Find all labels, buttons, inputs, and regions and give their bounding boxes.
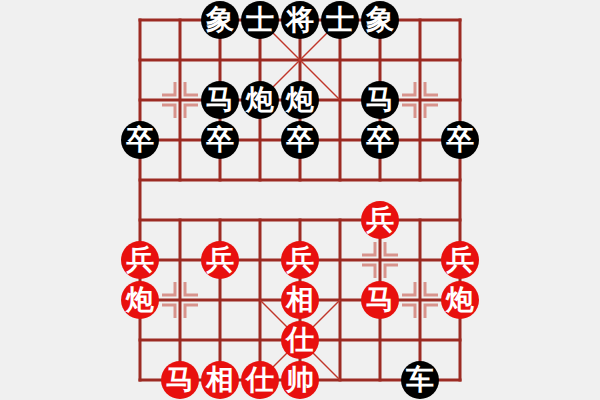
piece-red-advisor[interactable]: 仕 <box>281 321 319 359</box>
piece-black-pawn[interactable]: 卒 <box>121 121 159 159</box>
piece-red-pawn[interactable]: 兵 <box>201 241 239 279</box>
piece-black-pawn[interactable]: 卒 <box>361 121 399 159</box>
piece-black-pawn[interactable]: 卒 <box>281 121 319 159</box>
piece-black-elephant[interactable]: 象 <box>201 1 239 39</box>
piece-red-cannon[interactable]: 炮 <box>441 281 479 319</box>
piece-red-horse[interactable]: 马 <box>361 281 399 319</box>
piece-black-horse[interactable]: 马 <box>201 81 239 119</box>
piece-black-horse[interactable]: 马 <box>361 81 399 119</box>
piece-black-cannon[interactable]: 炮 <box>241 81 279 119</box>
piece-red-king[interactable]: 帅 <box>281 361 319 399</box>
piece-black-chariot[interactable]: 车 <box>401 361 439 399</box>
xiangqi-diagram: 象士将士象马炮炮马卒卒卒卒卒车兵兵兵兵兵炮相马炮仕马相仕帅 <box>0 0 600 400</box>
piece-black-cannon[interactable]: 炮 <box>281 81 319 119</box>
piece-red-advisor[interactable]: 仕 <box>241 361 279 399</box>
piece-black-advisor[interactable]: 士 <box>241 1 279 39</box>
piece-black-king[interactable]: 将 <box>281 1 319 39</box>
piece-red-horse[interactable]: 马 <box>161 361 199 399</box>
piece-red-pawn[interactable]: 兵 <box>281 241 319 279</box>
piece-red-cannon[interactable]: 炮 <box>121 281 159 319</box>
piece-red-pawn[interactable]: 兵 <box>441 241 479 279</box>
piece-black-pawn[interactable]: 卒 <box>441 121 479 159</box>
piece-red-pawn[interactable]: 兵 <box>121 241 159 279</box>
pieces-grid: 象士将士象马炮炮马卒卒卒卒卒车兵兵兵兵兵炮相马炮仕马相仕帅 <box>120 0 480 400</box>
piece-black-elephant[interactable]: 象 <box>361 1 399 39</box>
piece-red-pawn[interactable]: 兵 <box>361 201 399 239</box>
piece-black-pawn[interactable]: 卒 <box>201 121 239 159</box>
piece-red-elephant[interactable]: 相 <box>201 361 239 399</box>
piece-red-elephant[interactable]: 相 <box>281 281 319 319</box>
piece-black-advisor[interactable]: 士 <box>321 1 359 39</box>
